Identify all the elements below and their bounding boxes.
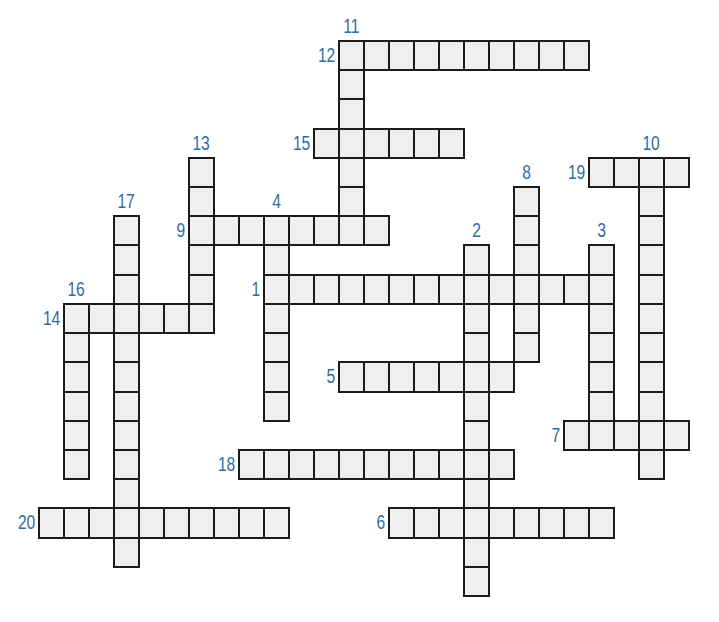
cell-r6-c13[interactable] (363, 215, 390, 246)
cell-r8-c11[interactable] (313, 274, 340, 305)
cell-r12-c24[interactable] (638, 391, 665, 422)
cell-r7-c22[interactable] (588, 244, 615, 276)
cell-r7-c17[interactable] (463, 244, 490, 276)
cell-r11-c13[interactable] (363, 361, 390, 393)
clue-number-3-down-box: 3 (572, 215, 632, 240)
cell-r3-c11[interactable] (313, 128, 340, 159)
cell-r16-c19[interactable] (513, 507, 540, 539)
cell-r16-c2[interactable] (88, 507, 115, 539)
cell-r7-c3[interactable] (113, 244, 140, 276)
clue-number-19-across-box: 19 (524, 157, 585, 186)
cell-r16-c15[interactable] (413, 507, 440, 539)
cell-r8-c20[interactable] (538, 274, 565, 305)
cell-r16-c0[interactable] (38, 507, 65, 539)
cell-r14-c17[interactable] (463, 449, 490, 480)
cell-r8-c6[interactable] (188, 274, 215, 305)
cell-r11-c9[interactable] (263, 361, 290, 393)
cell-r10-c22[interactable] (588, 332, 615, 363)
cell-r0-c16[interactable] (438, 40, 465, 71)
cell-r11-c22[interactable] (588, 361, 615, 393)
cell-r14-c15[interactable] (413, 449, 440, 480)
cell-r6-c10[interactable] (288, 215, 315, 246)
clue-number-10-down-box: 10 (622, 128, 682, 153)
cell-r9-c22[interactable] (588, 303, 615, 334)
cell-r15-c17[interactable] (463, 478, 490, 509)
cell-r16-c21[interactable] (563, 507, 590, 539)
cell-r12-c22[interactable] (588, 391, 615, 422)
cell-r0-c21[interactable] (563, 40, 590, 71)
cell-r2-c12[interactable] (338, 98, 365, 130)
cell-r4-c6[interactable] (188, 157, 215, 188)
clue-number-12: 12 (318, 45, 335, 65)
cell-r14-c12[interactable] (338, 449, 365, 480)
cell-r13-c22[interactable] (588, 420, 615, 451)
cell-r10-c3[interactable] (113, 332, 140, 363)
cell-r13-c1[interactable] (63, 420, 90, 451)
cell-r7-c6[interactable] (188, 244, 215, 276)
cell-r16-c22[interactable] (588, 507, 615, 539)
cell-r12-c1[interactable] (63, 391, 90, 422)
cell-r14-c16[interactable] (438, 449, 465, 480)
clue-number-10: 10 (643, 133, 660, 153)
cell-r8-c22[interactable] (588, 274, 615, 305)
clue-number-3: 3 (597, 220, 606, 240)
cell-r6-c19[interactable] (513, 215, 540, 246)
clue-number-12-across-box: 12 (274, 40, 335, 69)
cell-r4-c25[interactable] (663, 157, 690, 188)
cell-r9-c1[interactable] (63, 303, 90, 334)
cell-r14-c1[interactable] (63, 449, 90, 480)
cell-r9-c19[interactable] (513, 303, 540, 334)
clue-number-2-down-box: 2 (447, 215, 507, 240)
clue-number-4-down-box: 4 (247, 186, 307, 211)
cell-r13-c25[interactable] (663, 420, 690, 451)
cell-r6-c3[interactable] (113, 215, 140, 246)
clue-number-14: 14 (43, 308, 60, 328)
cell-r12-c17[interactable] (463, 391, 490, 422)
cell-r16-c16[interactable] (438, 507, 465, 539)
cell-r16-c14[interactable] (388, 507, 415, 539)
cell-r3-c16[interactable] (438, 128, 465, 159)
cell-r16-c6[interactable] (188, 507, 215, 539)
cell-r9-c2[interactable] (88, 303, 115, 334)
cell-r10-c24[interactable] (638, 332, 665, 363)
cell-r8-c18[interactable] (488, 274, 515, 305)
clue-number-1: 1 (251, 279, 260, 299)
cell-r14-c14[interactable] (388, 449, 415, 480)
cell-r8-c14[interactable] (388, 274, 415, 305)
cell-r9-c4[interactable] (138, 303, 165, 334)
cell-r5-c12[interactable] (338, 186, 365, 217)
cell-r6-c12[interactable] (338, 215, 365, 246)
clue-number-15-across-box: 15 (249, 128, 310, 157)
cell-r13-c21[interactable] (563, 420, 590, 451)
cell-r16-c18[interactable] (488, 507, 515, 539)
cell-r7-c9[interactable] (263, 244, 290, 276)
cell-r8-c10[interactable] (288, 274, 315, 305)
cell-r0-c14[interactable] (388, 40, 415, 71)
cell-r4-c23[interactable] (613, 157, 640, 188)
cell-r0-c18[interactable] (488, 40, 515, 71)
clue-number-13-down-box: 13 (172, 128, 232, 153)
crossword-board: 1234567891011121314151617181920 (0, 0, 719, 622)
clue-number-6: 6 (376, 512, 385, 532)
cell-r11-c1[interactable] (63, 361, 90, 393)
cell-r10-c17[interactable] (463, 332, 490, 363)
clue-number-16: 16 (68, 279, 85, 299)
cell-r0-c19[interactable] (513, 40, 540, 71)
cell-r16-c7[interactable] (213, 507, 240, 539)
cell-r4-c22[interactable] (588, 157, 615, 188)
cell-r14-c10[interactable] (288, 449, 315, 480)
clue-number-14-across-box: 14 (0, 303, 60, 332)
cell-r9-c24[interactable] (638, 303, 665, 334)
clue-number-8: 8 (522, 162, 531, 182)
cell-r0-c17[interactable] (463, 40, 490, 71)
cell-r11-c16[interactable] (438, 361, 465, 393)
cell-r16-c3[interactable] (113, 507, 140, 539)
cell-r3-c15[interactable] (413, 128, 440, 159)
cell-r5-c24[interactable] (638, 186, 665, 217)
cell-r11-c24[interactable] (638, 361, 665, 393)
cell-r11-c18[interactable] (488, 361, 515, 393)
cell-r3-c13[interactable] (363, 128, 390, 159)
clue-number-6-across-box: 6 (324, 507, 385, 537)
clue-number-19: 19 (568, 162, 585, 182)
cell-r8-c12[interactable] (338, 274, 365, 305)
clue-number-11: 11 (343, 16, 359, 36)
cell-r18-c17[interactable] (463, 566, 490, 597)
cell-r14-c8[interactable] (238, 449, 265, 480)
cell-r8-c19[interactable] (513, 274, 540, 305)
cell-r16-c1[interactable] (63, 507, 90, 539)
cell-r3-c12[interactable] (338, 128, 365, 159)
clue-number-7: 7 (551, 425, 560, 445)
cell-r17-c3[interactable] (113, 537, 140, 568)
cell-r9-c9[interactable] (263, 303, 290, 334)
cell-r16-c9[interactable] (263, 507, 290, 539)
cell-r13-c23[interactable] (613, 420, 640, 451)
clue-number-7-across-box: 7 (499, 420, 560, 449)
cell-r8-c13[interactable] (363, 274, 390, 305)
cell-r9-c5[interactable] (163, 303, 190, 334)
cell-r5-c6[interactable] (188, 186, 215, 217)
cell-r6-c11[interactable] (313, 215, 340, 246)
clue-number-20: 20 (18, 512, 35, 532)
clue-number-15: 15 (293, 133, 310, 153)
cell-r11-c3[interactable] (113, 361, 140, 393)
cell-r14-c24[interactable] (638, 449, 665, 480)
cell-r14-c18[interactable] (488, 449, 515, 480)
cell-r13-c17[interactable] (463, 420, 490, 451)
cell-r16-c8[interactable] (238, 507, 265, 539)
cell-r9-c3[interactable] (113, 303, 140, 334)
cell-r14-c13[interactable] (363, 449, 390, 480)
cell-r0-c20[interactable] (538, 40, 565, 71)
clue-number-18: 18 (218, 454, 235, 474)
cell-r1-c12[interactable] (338, 69, 365, 100)
cell-r14-c11[interactable] (313, 449, 340, 480)
cell-r11-c12[interactable] (338, 361, 365, 393)
cell-r6-c24[interactable] (638, 215, 665, 246)
cell-r9-c17[interactable] (463, 303, 490, 334)
cell-r8-c17[interactable] (463, 274, 490, 305)
cell-r14-c9[interactable] (263, 449, 290, 480)
cell-r4-c24[interactable] (638, 157, 665, 188)
clue-number-9: 9 (176, 220, 185, 240)
clue-number-17-down-box: 17 (97, 186, 157, 211)
cell-r11-c17[interactable] (463, 361, 490, 393)
cell-r4-c12[interactable] (338, 157, 365, 188)
cell-r12-c9[interactable] (263, 391, 290, 422)
clue-number-11-down-box: 11 (322, 11, 382, 36)
cell-r6-c7[interactable] (213, 215, 240, 246)
clue-number-13: 13 (193, 133, 210, 153)
cell-r3-c14[interactable] (388, 128, 415, 159)
cell-r12-c3[interactable] (113, 391, 140, 422)
cell-r8-c15[interactable] (413, 274, 440, 305)
cell-r17-c17[interactable] (463, 537, 490, 568)
cell-r14-c3[interactable] (113, 449, 140, 480)
cell-r0-c15[interactable] (413, 40, 440, 71)
cell-r8-c9[interactable] (263, 274, 290, 305)
cell-r0-c13[interactable] (363, 40, 390, 71)
cell-r8-c3[interactable] (113, 274, 140, 305)
cell-r8-c16[interactable] (438, 274, 465, 305)
cell-r10-c1[interactable] (63, 332, 90, 363)
clue-number-4: 4 (272, 191, 281, 211)
cell-r16-c4[interactable] (138, 507, 165, 539)
cell-r0-c12[interactable] (338, 40, 365, 71)
cell-r7-c19[interactable] (513, 244, 540, 276)
cell-r15-c3[interactable] (113, 478, 140, 509)
cell-r16-c17[interactable] (463, 507, 490, 539)
cell-r13-c24[interactable] (638, 420, 665, 451)
cell-r16-c5[interactable] (163, 507, 190, 539)
cell-r6-c9[interactable] (263, 215, 290, 246)
clue-number-20-across-box: 20 (0, 507, 35, 537)
cell-r10-c19[interactable] (513, 332, 540, 363)
cell-r8-c24[interactable] (638, 274, 665, 305)
clue-number-8-down-box: 8 (497, 157, 557, 182)
clue-number-2: 2 (472, 220, 481, 240)
cell-r10-c9[interactable] (263, 332, 290, 363)
cell-r16-c20[interactable] (538, 507, 565, 539)
cell-r11-c14[interactable] (388, 361, 415, 393)
clue-number-18-across-box: 18 (174, 449, 235, 478)
cell-r8-c21[interactable] (563, 274, 590, 305)
cell-r5-c19[interactable] (513, 186, 540, 217)
clue-number-16-down-box: 16 (47, 274, 107, 299)
clue-number-17: 17 (118, 191, 135, 211)
cell-r7-c24[interactable] (638, 244, 665, 276)
cell-r6-c6[interactable] (188, 215, 215, 246)
cell-r11-c15[interactable] (413, 361, 440, 393)
cell-r6-c8[interactable] (238, 215, 265, 246)
clue-number-5: 5 (326, 366, 335, 386)
cell-r9-c6[interactable] (188, 303, 215, 334)
cell-r13-c3[interactable] (113, 420, 140, 451)
